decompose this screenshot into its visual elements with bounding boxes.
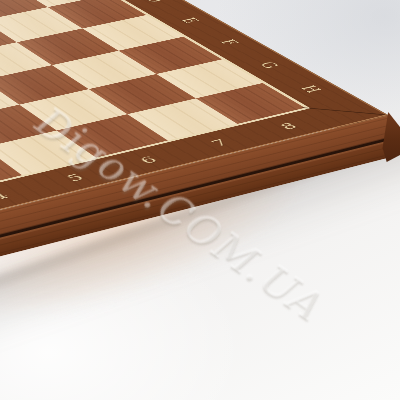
coordinate-letter-D: D xyxy=(141,0,165,3)
square-h5 xyxy=(0,130,96,175)
coordinate-number-7: 7 xyxy=(208,138,231,148)
square-h6 xyxy=(57,114,168,157)
coordinate-number-8: 8 xyxy=(277,121,300,131)
chessboard-product-photo: 12345678 ABCDEFGH Digow.COM.UA xyxy=(0,0,400,400)
board-scene: 12345678 ABCDEFGH xyxy=(0,0,400,400)
chessboard: 12345678 ABCDEFGH xyxy=(0,0,388,293)
coordinate-letter-G: G xyxy=(255,61,280,70)
coordinate-number-6: 6 xyxy=(137,155,160,165)
coordinate-letter-E: E xyxy=(178,17,202,25)
coordinate-letter-F: F xyxy=(216,38,240,46)
square-h4 xyxy=(0,147,22,193)
coordinate-number-4: 4 xyxy=(0,191,11,202)
coordinate-letter-H: H xyxy=(296,84,323,94)
coordinate-number-5: 5 xyxy=(64,172,87,183)
